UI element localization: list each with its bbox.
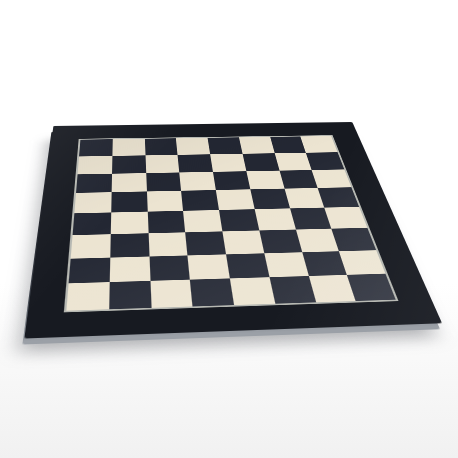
square-r8c5-light bbox=[230, 277, 275, 305]
square-r3c8-light bbox=[312, 169, 352, 188]
square-r6c1-light bbox=[71, 234, 111, 258]
square-r4c4-dark bbox=[181, 190, 219, 211]
square-r3c3-dark bbox=[146, 172, 182, 191]
board-playing-area bbox=[64, 135, 399, 312]
square-r6c6-dark bbox=[259, 229, 302, 253]
square-r7c1-dark bbox=[69, 257, 110, 283]
square-r4c3-light bbox=[146, 191, 183, 212]
square-r8c8-dark bbox=[347, 274, 396, 301]
square-r4c1-light bbox=[74, 192, 111, 213]
square-r3c2-light bbox=[111, 173, 146, 192]
square-r3c1-dark bbox=[76, 173, 112, 193]
square-r2c3-light bbox=[145, 155, 179, 173]
square-r7c3-dark bbox=[149, 255, 190, 281]
square-r6c4-dark bbox=[185, 231, 226, 255]
square-r4c2-dark bbox=[111, 192, 147, 213]
square-r5c4-light bbox=[183, 210, 222, 232]
square-r4c6-dark bbox=[250, 189, 289, 209]
square-r1c4-light bbox=[176, 138, 210, 155]
square-r1c6-light bbox=[239, 137, 275, 154]
square-r5c2-light bbox=[111, 212, 149, 234]
square-r5c5-dark bbox=[219, 209, 259, 231]
square-r2c1-light bbox=[78, 156, 113, 174]
square-r1c2-light bbox=[112, 139, 145, 156]
square-r3c5-dark bbox=[213, 171, 250, 190]
square-r2c8-dark bbox=[306, 152, 344, 170]
square-r7c4-light bbox=[188, 254, 230, 280]
square-r8c2-dark bbox=[109, 281, 151, 309]
square-r4c8-dark bbox=[318, 187, 359, 207]
square-r5c1-dark bbox=[73, 212, 111, 235]
square-r1c8-light bbox=[301, 136, 338, 153]
square-r6c2-dark bbox=[110, 233, 149, 257]
square-r6c5-light bbox=[222, 230, 264, 254]
square-r7c5-dark bbox=[226, 253, 269, 279]
square-r8c4-dark bbox=[190, 279, 234, 307]
square-r6c3-light bbox=[148, 232, 188, 256]
square-r8c1-light bbox=[66, 282, 109, 310]
photo-background bbox=[0, 0, 458, 458]
square-r5c3-dark bbox=[147, 211, 185, 233]
square-r6c8-dark bbox=[331, 228, 376, 251]
square-r5c6-light bbox=[254, 208, 295, 230]
square-r8c3-light bbox=[150, 280, 193, 308]
square-r4c5-light bbox=[216, 189, 255, 210]
square-r2c4-dark bbox=[178, 154, 213, 172]
square-r2c6-dark bbox=[242, 153, 279, 171]
square-r1c3-dark bbox=[144, 138, 177, 155]
square-r3c6-light bbox=[246, 170, 284, 189]
square-r2c5-light bbox=[210, 154, 246, 172]
square-r2c2-dark bbox=[112, 155, 146, 173]
square-r3c4-light bbox=[179, 172, 215, 191]
square-r5c8-light bbox=[324, 207, 367, 229]
chess-board bbox=[24, 122, 442, 338]
square-r7c8-light bbox=[339, 250, 385, 275]
square-r1c5-dark bbox=[208, 137, 243, 154]
square-r1c1-dark bbox=[79, 139, 112, 156]
square-r7c2-light bbox=[109, 256, 150, 282]
